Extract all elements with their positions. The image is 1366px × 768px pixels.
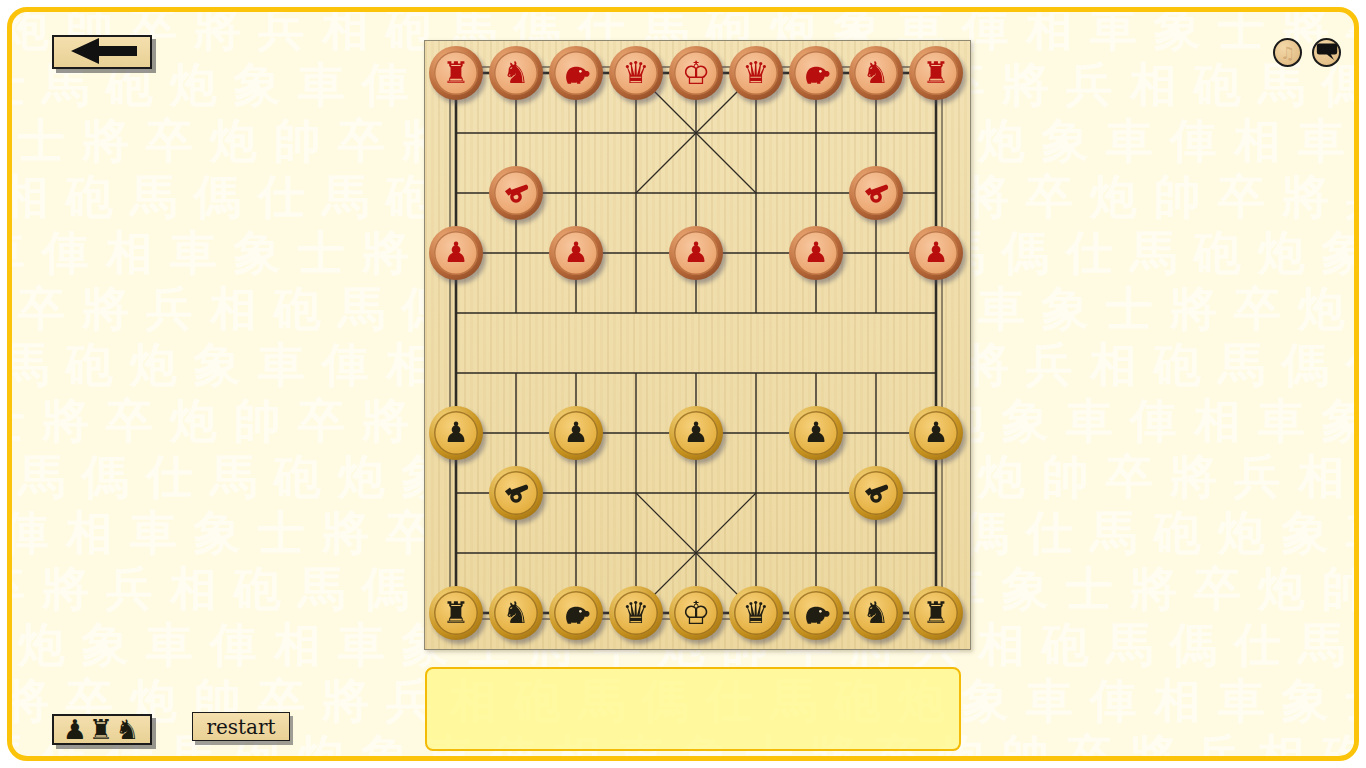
cannon-icon bbox=[861, 478, 891, 508]
piece-black-pawn[interactable]: ♟ bbox=[429, 406, 483, 460]
piece-face: ♞ bbox=[854, 51, 898, 95]
rook-icon: ♜ bbox=[443, 58, 470, 88]
speech-bubble-icon bbox=[1316, 42, 1338, 63]
pawn-icon: ♟ bbox=[803, 419, 828, 447]
piece-red-elephant[interactable] bbox=[549, 46, 603, 100]
pawn-icon: ♟ bbox=[443, 419, 468, 447]
piece-face bbox=[554, 591, 598, 635]
piece-red-pawn[interactable]: ♟ bbox=[789, 226, 843, 280]
piece-face: ♟ bbox=[914, 231, 958, 275]
pawn-icon: ♟ bbox=[683, 419, 708, 447]
piece-red-pawn[interactable]: ♟ bbox=[909, 226, 963, 280]
piece-red-advisor[interactable]: ♛ bbox=[609, 46, 663, 100]
piece-black-advisor[interactable]: ♛ bbox=[609, 586, 663, 640]
piece-face: ♛ bbox=[614, 591, 658, 635]
piece-face bbox=[854, 171, 898, 215]
piece-black-knight[interactable]: ♞ bbox=[489, 586, 543, 640]
piece-face: ♞ bbox=[494, 591, 538, 635]
piece-black-elephant[interactable] bbox=[789, 586, 843, 640]
piece-face: ♟ bbox=[434, 411, 478, 455]
rook-icon: ♜ bbox=[923, 598, 950, 628]
back-button[interactable] bbox=[52, 35, 152, 69]
pawn-icon: ♟ bbox=[563, 419, 588, 447]
piece-black-pawn[interactable]: ♟ bbox=[549, 406, 603, 460]
piece-face bbox=[794, 51, 838, 95]
piece-face: ♟ bbox=[794, 411, 838, 455]
piece-face: ♛ bbox=[614, 51, 658, 95]
piece-black-pawn[interactable]: ♟ bbox=[669, 406, 723, 460]
left-arrow-icon bbox=[66, 38, 138, 67]
rook-icon: ♜ bbox=[923, 58, 950, 88]
pawn-icon: ♟ bbox=[563, 239, 588, 267]
piece-face bbox=[494, 171, 538, 215]
message-box bbox=[425, 667, 961, 751]
board-grid bbox=[425, 41, 970, 649]
rook-icon: ♜ bbox=[443, 598, 470, 628]
piece-red-rook[interactable]: ♜ bbox=[909, 46, 963, 100]
piece-black-cannon[interactable] bbox=[489, 466, 543, 520]
piece-red-elephant[interactable] bbox=[789, 46, 843, 100]
piece-red-cannon[interactable] bbox=[849, 166, 903, 220]
piece-face: ♜ bbox=[914, 51, 958, 95]
knight-icon: ♞ bbox=[863, 58, 890, 88]
piece-face: ♟ bbox=[674, 411, 718, 455]
elephant-icon bbox=[561, 598, 592, 629]
piece-red-pawn[interactable]: ♟ bbox=[429, 226, 483, 280]
piece-face: ♟ bbox=[554, 231, 598, 275]
piece-red-cannon[interactable] bbox=[489, 166, 543, 220]
piece-face bbox=[794, 591, 838, 635]
chat-button[interactable] bbox=[1312, 38, 1341, 67]
piece-face bbox=[554, 51, 598, 95]
piece-face: ♞ bbox=[854, 591, 898, 635]
pawn-icon: ♟ bbox=[683, 239, 708, 267]
advisor-icon: ♛ bbox=[743, 598, 770, 628]
piece-red-king[interactable]: ♔ bbox=[669, 46, 723, 100]
sound-button[interactable]: ♫ bbox=[1273, 38, 1302, 67]
app-page: 炮帥卒將兵相砲馬傌仕馬砲炮象車俥相車象士將卒炮帥仕馬砲炮象車俥相車象士將卒炮帥卒… bbox=[0, 0, 1366, 768]
piece-black-cannon[interactable] bbox=[849, 466, 903, 520]
knight-icon: ♞ bbox=[503, 598, 530, 628]
piece-black-king[interactable]: ♔ bbox=[669, 586, 723, 640]
piece-face: ♜ bbox=[914, 591, 958, 635]
cannon-icon bbox=[501, 478, 531, 508]
elephant-icon bbox=[561, 58, 592, 89]
king-icon: ♔ bbox=[682, 57, 711, 89]
advisor-icon: ♛ bbox=[623, 598, 650, 628]
elephant-icon bbox=[801, 598, 832, 629]
piece-face: ♟ bbox=[674, 231, 718, 275]
piece-black-advisor[interactable]: ♛ bbox=[729, 586, 783, 640]
piece-face bbox=[494, 471, 538, 515]
knight-icon: ♞ bbox=[503, 58, 530, 88]
piece-face: ♔ bbox=[674, 51, 718, 95]
cannon-icon bbox=[861, 178, 891, 208]
piece-face: ♔ bbox=[674, 591, 718, 635]
pawn-icon: ♟ bbox=[803, 239, 828, 267]
page-frame: 炮帥卒將兵相砲馬傌仕馬砲炮象車俥相車象士將卒炮帥仕馬砲炮象車俥相車象士將卒炮帥卒… bbox=[7, 7, 1359, 761]
piece-face: ♛ bbox=[734, 51, 778, 95]
cannon-icon bbox=[501, 178, 531, 208]
xiangqi-board[interactable]: ♜♞♛♔♛♞♜♟♟♟♟♟♟♟♟♟♟♜♞♛♔♛♞♜ bbox=[424, 40, 971, 650]
piece-black-elephant[interactable] bbox=[549, 586, 603, 640]
piece-face: ♟ bbox=[434, 231, 478, 275]
piece-red-knight[interactable]: ♞ bbox=[849, 46, 903, 100]
piece-red-advisor[interactable]: ♛ bbox=[729, 46, 783, 100]
advisor-icon: ♛ bbox=[743, 58, 770, 88]
pawn-rook-knight-icons: ♟♜♞ bbox=[63, 716, 142, 743]
knight-icon: ♞ bbox=[863, 598, 890, 628]
piece-red-pawn[interactable]: ♟ bbox=[669, 226, 723, 280]
advisor-icon: ♛ bbox=[623, 58, 650, 88]
restart-label: restart bbox=[206, 715, 275, 739]
piece-face: ♛ bbox=[734, 591, 778, 635]
pawn-icon: ♟ bbox=[923, 419, 948, 447]
piece-black-rook[interactable]: ♜ bbox=[909, 586, 963, 640]
piece-face: ♜ bbox=[434, 591, 478, 635]
restart-button[interactable]: restart bbox=[192, 712, 290, 741]
piece-red-knight[interactable]: ♞ bbox=[489, 46, 543, 100]
piece-face: ♟ bbox=[794, 231, 838, 275]
piece-set-button[interactable]: ♟♜♞ bbox=[52, 714, 152, 745]
piece-face bbox=[854, 471, 898, 515]
piece-black-rook[interactable]: ♜ bbox=[429, 586, 483, 640]
piece-red-rook[interactable]: ♜ bbox=[429, 46, 483, 100]
elephant-icon bbox=[801, 58, 832, 89]
pawn-icon: ♟ bbox=[923, 239, 948, 267]
piece-face: ♞ bbox=[494, 51, 538, 95]
pawn-icon: ♟ bbox=[443, 239, 468, 267]
piece-face: ♟ bbox=[554, 411, 598, 455]
king-icon: ♔ bbox=[682, 597, 711, 629]
music-note-icon: ♫ bbox=[1280, 43, 1295, 63]
piece-red-pawn[interactable]: ♟ bbox=[549, 226, 603, 280]
piece-black-pawn[interactable]: ♟ bbox=[789, 406, 843, 460]
piece-black-knight[interactable]: ♞ bbox=[849, 586, 903, 640]
piece-face: ♜ bbox=[434, 51, 478, 95]
piece-face: ♟ bbox=[914, 411, 958, 455]
piece-black-pawn[interactable]: ♟ bbox=[909, 406, 963, 460]
